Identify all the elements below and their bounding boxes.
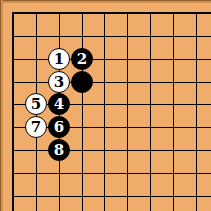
stone-black-8[interactable]: 8 [48, 139, 70, 161]
board-top-edge [0, 0, 211, 3]
grid-line-horizontal [12, 59, 211, 60]
grid-line-horizontal [12, 12, 211, 14]
grid-line-vertical [173, 12, 174, 211]
grid-line-vertical [104, 12, 105, 211]
grid-line-vertical [196, 12, 197, 211]
stone-number-label: 2 [77, 51, 87, 66]
stone-number-label: 7 [31, 119, 41, 134]
stone-white-3[interactable]: 3 [48, 71, 70, 93]
stone-number-label: 8 [54, 142, 64, 157]
stone-number-label: 1 [54, 51, 64, 66]
go-diagram: 12345678 [0, 0, 211, 211]
stone-black-2[interactable]: 2 [71, 48, 93, 70]
stone-number-label: 4 [54, 96, 64, 111]
grid-line-vertical [127, 12, 128, 211]
stone-black-6[interactable]: 6 [48, 116, 70, 138]
grid-line-horizontal [12, 82, 211, 83]
grid-line-vertical [82, 12, 83, 211]
stone-number-label: 5 [31, 96, 41, 111]
stone-number-label: 6 [54, 119, 64, 134]
stone-black-unnumbered[interactable] [71, 71, 93, 93]
stone-number-label: 3 [54, 74, 64, 89]
grid-line-horizontal [12, 150, 211, 151]
stone-white-7[interactable]: 7 [25, 116, 47, 138]
grid-line-vertical [150, 12, 151, 211]
grid-line-horizontal [12, 196, 211, 197]
grid-line-horizontal [12, 36, 211, 37]
board-left-edge [0, 0, 3, 211]
grid-line-horizontal [12, 173, 211, 174]
stone-white-5[interactable]: 5 [25, 93, 47, 115]
stone-white-1[interactable]: 1 [48, 48, 70, 70]
grid-line-vertical [12, 12, 14, 211]
go-board: 12345678 [0, 0, 211, 211]
stone-black-4[interactable]: 4 [48, 93, 70, 115]
